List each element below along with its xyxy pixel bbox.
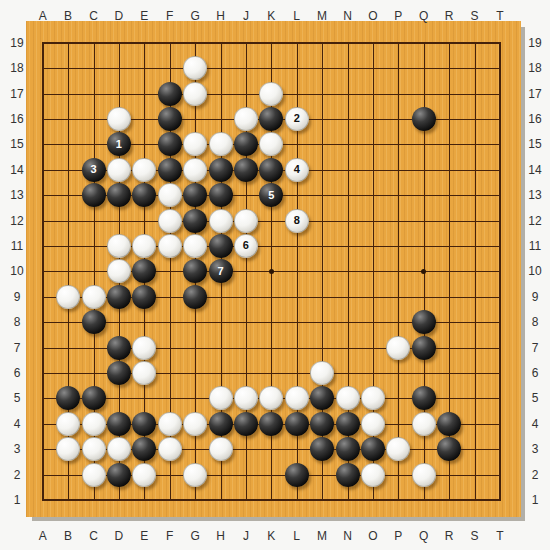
black-stone-Q7 [412,336,436,360]
black-stone-H13 [209,183,233,207]
column-label-bottom-N: N [343,529,352,543]
column-label-top-F: F [166,9,173,23]
black-stone-R3 [437,437,461,461]
black-stone-N4 [336,412,360,436]
column-label-bottom-J: J [243,529,249,543]
white-stone-K17 [259,82,283,106]
row-label-right-1: 1 [532,493,539,507]
star-point-K10 [269,269,274,274]
row-label-right-8: 8 [532,315,539,329]
black-stone-Q16 [412,107,436,131]
row-label-right-10: 10 [528,264,541,278]
row-label-right-17: 17 [528,87,541,101]
white-stone-F11 [158,234,182,258]
row-label-left-11: 11 [11,239,23,253]
row-label-left-17: 17 [10,87,23,101]
black-stone-J14 [234,158,258,182]
grid-line [475,43,476,500]
column-label-bottom-D: D [115,529,124,543]
row-label-right-12: 12 [528,214,541,228]
row-label-left-5: 5 [14,391,21,405]
white-stone-H5 [209,386,233,410]
column-label-top-C: C [89,9,98,23]
column-label-top-A: A [39,9,47,23]
white-stone-L16: 2 [285,107,309,131]
column-label-top-D: D [115,9,124,23]
row-label-right-5: 5 [532,391,539,405]
row-label-left-3: 3 [14,442,21,456]
row-label-left-10: 10 [10,264,23,278]
column-label-bottom-P: P [394,529,402,543]
black-stone-Q5 [412,386,436,410]
column-label-bottom-M: M [317,529,327,543]
white-stone-H12 [209,209,233,233]
column-label-bottom-T: T [496,529,503,543]
column-label-top-G: G [190,9,199,23]
white-stone-H15 [209,132,233,156]
column-label-bottom-L: L [293,529,300,543]
black-stone-R4 [437,412,461,436]
black-stone-E4 [132,412,156,436]
white-stone-F3 [158,437,182,461]
black-stone-H4 [209,412,233,436]
row-label-right-9: 9 [532,290,539,304]
column-label-bottom-E: E [140,529,148,543]
column-label-top-T: T [496,9,503,23]
column-label-bottom-S: S [470,529,478,543]
white-stone-J11: 6 [234,234,258,258]
white-stone-G18 [183,56,207,80]
column-label-bottom-H: H [216,529,225,543]
white-stone-C3 [82,437,106,461]
column-label-top-P: P [394,9,402,23]
white-stone-L5 [285,386,309,410]
row-label-left-12: 12 [10,214,23,228]
column-label-top-J: J [243,9,249,23]
white-stone-M6 [310,361,334,385]
column-label-bottom-K: K [267,529,275,543]
black-stone-L4 [285,412,309,436]
move-number-label: 3 [90,164,96,175]
black-stone-H14 [209,158,233,182]
row-label-right-15: 15 [528,137,541,151]
column-label-top-S: S [470,9,478,23]
row-label-right-3: 3 [532,442,539,456]
black-stone-D6 [107,361,131,385]
column-label-bottom-B: B [64,529,72,543]
black-stone-D4 [107,412,131,436]
white-stone-D3 [107,437,131,461]
white-stone-Q2 [412,463,436,487]
white-stone-G11 [183,234,207,258]
white-stone-F13 [158,183,182,207]
row-label-left-13: 13 [10,188,23,202]
row-label-right-13: 13 [528,188,541,202]
column-label-top-K: K [267,9,275,23]
move-number-label: 5 [268,190,274,201]
row-label-right-19: 19 [528,36,541,50]
white-stone-L14: 4 [285,158,309,182]
row-label-right-16: 16 [528,112,541,126]
row-label-right-14: 14 [528,163,541,177]
row-label-left-4: 4 [14,417,21,431]
column-label-bottom-G: G [190,529,199,543]
white-stone-D14 [107,158,131,182]
column-label-bottom-F: F [166,529,173,543]
white-stone-O2 [361,463,385,487]
row-label-left-1: 1 [14,493,21,507]
white-stone-D16 [107,107,131,131]
white-stone-G14 [183,158,207,182]
column-label-bottom-Q: Q [419,529,428,543]
move-number-label: 7 [217,266,223,277]
black-stone-K4 [259,412,283,436]
black-stone-D13 [107,183,131,207]
column-label-top-N: N [343,9,352,23]
black-stone-C5 [82,386,106,410]
move-number-label: 8 [294,215,300,226]
row-label-left-14: 14 [10,163,23,177]
black-stone-M3 [310,437,334,461]
black-stone-G13 [183,183,207,207]
black-stone-C8 [82,310,106,334]
move-number-label: 4 [294,164,300,175]
white-stone-F12 [158,209,182,233]
move-number-label: 6 [243,240,249,251]
black-stone-C13 [82,183,106,207]
grid-line [398,43,399,500]
column-label-top-E: E [140,9,148,23]
column-label-bottom-R: R [445,529,454,543]
row-label-left-18: 18 [10,61,23,75]
white-stone-E2 [132,463,156,487]
black-stone-M4 [310,412,334,436]
white-stone-D11 [107,234,131,258]
row-label-right-4: 4 [532,417,539,431]
column-label-top-B: B [64,9,72,23]
row-label-left-15: 15 [10,137,23,151]
white-stone-E14 [132,158,156,182]
black-stone-G12 [183,209,207,233]
column-label-top-M: M [317,9,327,23]
row-label-left-6: 6 [14,366,21,380]
row-label-right-7: 7 [532,341,539,355]
row-label-right-6: 6 [532,366,539,380]
row-label-right-18: 18 [528,61,541,75]
column-label-bottom-C: C [89,529,98,543]
column-label-top-H: H [216,9,225,23]
white-stone-B4 [56,412,80,436]
white-stone-B9 [56,285,80,309]
white-stone-G2 [183,463,207,487]
white-stone-G17 [183,82,207,106]
white-stone-G4 [183,412,207,436]
black-stone-E9 [132,285,156,309]
black-stone-G9 [183,285,207,309]
row-label-right-2: 2 [532,468,539,482]
row-label-left-2: 2 [14,468,21,482]
row-label-left-7: 7 [14,341,21,355]
black-stone-F15 [158,132,182,156]
row-label-left-8: 8 [14,315,21,329]
black-stone-F16 [158,107,182,131]
white-stone-C4 [82,412,106,436]
black-stone-H11 [209,234,233,258]
black-stone-N2 [336,463,360,487]
black-stone-D9 [107,285,131,309]
white-stone-C9 [82,285,106,309]
white-stone-P7 [386,336,410,360]
move-number-label: 1 [116,139,122,150]
white-stone-E7 [132,336,156,360]
black-stone-N3 [336,437,360,461]
white-stone-C2 [82,463,106,487]
move-number-label: 2 [294,113,300,124]
black-stone-D7 [107,336,131,360]
row-label-left-9: 9 [14,290,21,304]
black-stone-H10: 7 [209,259,233,283]
black-stone-Q8 [412,310,436,334]
white-stone-B3 [56,437,80,461]
black-stone-C14: 3 [82,158,106,182]
black-stone-F17 [158,82,182,106]
white-stone-N5 [336,386,360,410]
column-label-top-Q: Q [419,9,428,23]
white-stone-Q4 [412,412,436,436]
row-label-left-16: 16 [10,112,23,126]
go-diagram-page: 21345867AABBCCDDEEFFGGHHJJKKLLMMNNOOPPQQ… [0,0,550,550]
white-stone-J12 [234,209,258,233]
column-label-top-L: L [293,9,300,23]
column-label-bottom-O: O [368,529,377,543]
column-label-top-O: O [368,9,377,23]
black-stone-O3 [361,437,385,461]
black-stone-F14 [158,158,182,182]
black-stone-K14 [259,158,283,182]
white-stone-O4 [361,412,385,436]
white-stone-F4 [158,412,182,436]
row-label-left-19: 19 [10,36,23,50]
black-stone-D2 [107,463,131,487]
white-stone-H3 [209,437,233,461]
black-stone-L2 [285,463,309,487]
white-stone-L12: 8 [285,209,309,233]
row-label-right-11: 11 [529,239,541,253]
star-point-Q10 [421,269,426,274]
white-stone-J16 [234,107,258,131]
column-label-bottom-A: A [39,529,47,543]
column-label-top-R: R [445,9,454,23]
black-stone-J4 [234,412,258,436]
